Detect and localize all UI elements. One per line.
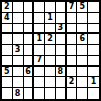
sudoku-cell-empty[interactable] <box>2 24 13 35</box>
sudoku-cell-given: 8 <box>56 67 67 78</box>
sudoku-cell-given: 3 <box>56 24 67 35</box>
sudoku-cell-empty[interactable] <box>34 88 45 99</box>
sudoku-cell-empty[interactable] <box>24 2 35 13</box>
sudoku-cell-empty[interactable] <box>67 67 78 78</box>
sudoku-cell-given: 5 <box>77 2 88 13</box>
sudoku-cell-given: 7 <box>34 56 45 67</box>
sudoku-cell-empty[interactable] <box>13 34 24 45</box>
sudoku-cell-empty[interactable] <box>56 88 67 99</box>
sudoku-cell-empty[interactable] <box>34 24 45 35</box>
sudoku-cell-empty[interactable] <box>24 56 35 67</box>
sudoku-cell-empty[interactable] <box>77 24 88 35</box>
sudoku-cell-given: 2 <box>67 77 78 88</box>
sudoku-cell-empty[interactable] <box>13 77 24 88</box>
sudoku-cell-given: 3 <box>13 45 24 56</box>
sudoku-cell-empty[interactable] <box>13 24 24 35</box>
sudoku-cell-empty[interactable] <box>45 77 56 88</box>
sudoku-cell-empty[interactable] <box>67 88 78 99</box>
sudoku-cell-empty[interactable] <box>56 56 67 67</box>
sudoku-cell-given: 6 <box>77 34 88 45</box>
sudoku-cell-given: 8 <box>13 88 24 99</box>
sudoku-cell-empty[interactable] <box>45 45 56 56</box>
sudoku-cell-empty[interactable] <box>88 45 99 56</box>
sudoku-cell-given: 1 <box>88 77 99 88</box>
sudoku-cell-empty[interactable] <box>45 56 56 67</box>
sudoku-cell-empty[interactable] <box>34 2 45 13</box>
sudoku-cell-empty[interactable] <box>24 88 35 99</box>
sudoku-board: 27541312637568218 <box>0 0 101 101</box>
sudoku-cell-empty[interactable] <box>2 45 13 56</box>
sudoku-cell-empty[interactable] <box>24 13 35 24</box>
sudoku-cell-empty[interactable] <box>56 13 67 24</box>
sudoku-cell-given: 2 <box>2 2 13 13</box>
sudoku-cell-empty[interactable] <box>2 88 13 99</box>
sudoku-cell-empty[interactable] <box>45 24 56 35</box>
sudoku-cell-given: 6 <box>24 67 35 78</box>
sudoku-cell-empty[interactable] <box>77 56 88 67</box>
sudoku-cell-empty[interactable] <box>67 45 78 56</box>
sudoku-cell-empty[interactable] <box>67 34 78 45</box>
sudoku-cell-empty[interactable] <box>45 88 56 99</box>
sudoku-cell-empty[interactable] <box>24 77 35 88</box>
sudoku-cell-empty[interactable] <box>24 24 35 35</box>
sudoku-cell-empty[interactable] <box>2 56 13 67</box>
sudoku-cell-empty[interactable] <box>2 77 13 88</box>
sudoku-cell-given: 1 <box>34 34 45 45</box>
sudoku-cell-empty[interactable] <box>77 13 88 24</box>
sudoku-cell-given: 7 <box>67 2 78 13</box>
sudoku-cell-empty[interactable] <box>88 56 99 67</box>
sudoku-cell-empty[interactable] <box>56 34 67 45</box>
sudoku-cell-empty[interactable] <box>13 56 24 67</box>
sudoku-cell-empty[interactable] <box>88 67 99 78</box>
sudoku-cell-given: 4 <box>2 13 13 24</box>
sudoku-cell-empty[interactable] <box>13 13 24 24</box>
sudoku-cell-empty[interactable] <box>88 24 99 35</box>
sudoku-cell-empty[interactable] <box>56 45 67 56</box>
sudoku-cell-empty[interactable] <box>24 34 35 45</box>
sudoku-cell-empty[interactable] <box>56 77 67 88</box>
sudoku-cell-empty[interactable] <box>67 24 78 35</box>
sudoku-cell-empty[interactable] <box>88 2 99 13</box>
sudoku-cell-given: 2 <box>45 34 56 45</box>
sudoku-cell-given: 1 <box>45 13 56 24</box>
sudoku-cell-empty[interactable] <box>34 67 45 78</box>
sudoku-cell-empty[interactable] <box>34 13 45 24</box>
sudoku-cell-empty[interactable] <box>88 88 99 99</box>
sudoku-cell-empty[interactable] <box>77 67 88 78</box>
sudoku-cell-empty[interactable] <box>2 34 13 45</box>
sudoku-cell-empty[interactable] <box>56 2 67 13</box>
sudoku-cell-empty[interactable] <box>34 77 45 88</box>
sudoku-cell-empty[interactable] <box>88 13 99 24</box>
sudoku-cell-empty[interactable] <box>77 88 88 99</box>
sudoku-cell-empty[interactable] <box>13 67 24 78</box>
sudoku-cell-empty[interactable] <box>45 2 56 13</box>
sudoku-cell-empty[interactable] <box>77 77 88 88</box>
sudoku-cell-empty[interactable] <box>13 2 24 13</box>
sudoku-cell-empty[interactable] <box>24 45 35 56</box>
sudoku-cell-empty[interactable] <box>88 34 99 45</box>
sudoku-cell-empty[interactable] <box>77 45 88 56</box>
sudoku-cell-given: 5 <box>2 67 13 78</box>
sudoku-cell-empty[interactable] <box>67 13 78 24</box>
sudoku-cell-empty[interactable] <box>67 56 78 67</box>
sudoku-cell-empty[interactable] <box>45 67 56 78</box>
sudoku-cell-empty[interactable] <box>34 45 45 56</box>
